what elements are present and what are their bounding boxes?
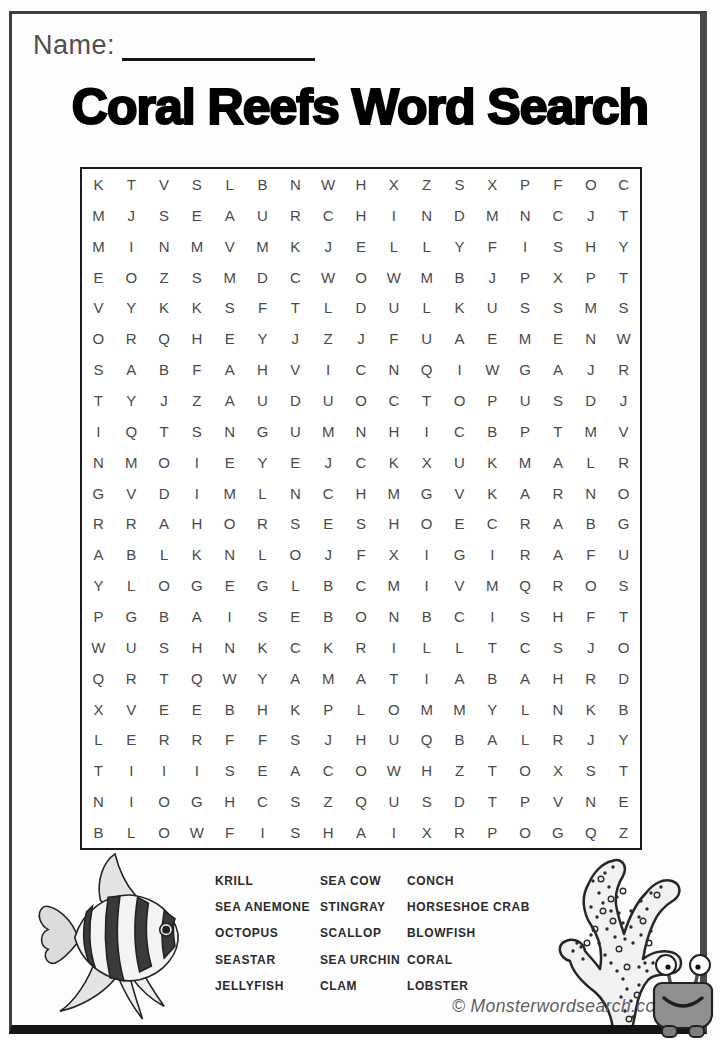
grid-cell[interactable]: K [312, 632, 345, 663]
grid-cell[interactable]: B [148, 354, 181, 385]
grid-cell[interactable]: W [82, 632, 115, 663]
grid-cell[interactable]: M [82, 200, 115, 231]
grid-cell[interactable]: C [607, 169, 640, 200]
grid-cell[interactable]: I [148, 755, 181, 786]
grid-cell[interactable]: U [509, 385, 542, 416]
grid-cell[interactable]: E [148, 694, 181, 725]
grid-cell[interactable]: E [82, 262, 115, 293]
grid-cell[interactable]: L [443, 632, 476, 663]
grid-cell[interactable]: F [345, 539, 378, 570]
grid-cell[interactable]: U [246, 200, 279, 231]
grid-cell[interactable]: Y [443, 231, 476, 262]
grid-cell[interactable]: G [443, 539, 476, 570]
grid-cell[interactable]: X [410, 817, 443, 848]
grid-cell[interactable]: S [542, 385, 575, 416]
grid-cell[interactable]: C [542, 200, 575, 231]
grid-cell[interactable]: C [312, 200, 345, 231]
grid-cell[interactable]: S [180, 416, 213, 447]
grid-cell[interactable]: S [279, 786, 312, 817]
grid-cell[interactable]: Q [410, 354, 443, 385]
grid-cell[interactable]: E [443, 508, 476, 539]
grid-cell[interactable]: D [148, 478, 181, 509]
grid-cell[interactable]: L [115, 570, 148, 601]
grid-cell[interactable]: S [542, 632, 575, 663]
grid-cell[interactable]: H [312, 817, 345, 848]
grid-cell[interactable]: T [542, 416, 575, 447]
grid-cell[interactable]: Y [607, 725, 640, 756]
grid-cell[interactable]: Q [115, 416, 148, 447]
grid-cell[interactable]: I [180, 478, 213, 509]
grid-cell[interactable]: U [410, 323, 443, 354]
grid-cell[interactable]: T [607, 262, 640, 293]
grid-cell[interactable]: G [542, 817, 575, 848]
grid-cell[interactable]: I [180, 755, 213, 786]
grid-cell[interactable]: L [246, 539, 279, 570]
grid-cell[interactable]: V [607, 416, 640, 447]
grid-cell[interactable]: M [476, 570, 509, 601]
grid-cell[interactable]: L [410, 632, 443, 663]
grid-cell[interactable]: F [180, 354, 213, 385]
grid-cell[interactable]: M [377, 570, 410, 601]
grid-cell[interactable]: F [213, 725, 246, 756]
grid-cell[interactable]: A [509, 478, 542, 509]
grid-cell[interactable]: R [279, 200, 312, 231]
grid-cell[interactable]: Y [246, 323, 279, 354]
grid-cell[interactable]: A [279, 663, 312, 694]
grid-cell[interactable]: Y [115, 292, 148, 323]
grid-cell[interactable]: T [607, 601, 640, 632]
grid-cell[interactable]: O [509, 755, 542, 786]
grid-cell[interactable]: G [246, 416, 279, 447]
grid-cell[interactable]: J [574, 200, 607, 231]
grid-cell[interactable]: H [542, 601, 575, 632]
grid-cell[interactable]: L [345, 694, 378, 725]
grid-cell[interactable]: R [443, 817, 476, 848]
grid-cell[interactable]: K [443, 292, 476, 323]
grid-cell[interactable]: O [443, 385, 476, 416]
grid-cell[interactable]: A [542, 447, 575, 478]
grid-cell[interactable]: U [443, 447, 476, 478]
grid-cell[interactable]: A [213, 385, 246, 416]
grid-cell[interactable]: R [542, 478, 575, 509]
grid-cell[interactable]: G [115, 601, 148, 632]
grid-cell[interactable]: C [476, 508, 509, 539]
grid-cell[interactable]: A [148, 508, 181, 539]
grid-cell[interactable]: M [213, 262, 246, 293]
grid-cell[interactable]: A [345, 817, 378, 848]
grid-cell[interactable]: G [246, 570, 279, 601]
grid-cell[interactable]: H [410, 755, 443, 786]
grid-cell[interactable]: R [542, 725, 575, 756]
grid-cell[interactable]: M [574, 416, 607, 447]
grid-cell[interactable]: E [279, 447, 312, 478]
grid-cell[interactable]: T [82, 755, 115, 786]
grid-cell[interactable]: Q [574, 817, 607, 848]
grid-cell[interactable]: M [476, 200, 509, 231]
grid-cell[interactable]: Y [246, 663, 279, 694]
grid-cell[interactable]: C [246, 786, 279, 817]
grid-cell[interactable]: U [312, 385, 345, 416]
grid-cell[interactable]: V [82, 292, 115, 323]
grid-cell[interactable]: C [509, 632, 542, 663]
grid-cell[interactable]: C [279, 262, 312, 293]
grid-cell[interactable]: L [312, 292, 345, 323]
grid-cell[interactable]: H [542, 663, 575, 694]
grid-cell[interactable]: B [246, 169, 279, 200]
grid-cell[interactable]: S [509, 601, 542, 632]
grid-cell[interactable]: T [476, 755, 509, 786]
grid-cell[interactable]: I [509, 231, 542, 262]
grid-cell[interactable]: K [82, 169, 115, 200]
grid-cell[interactable]: C [443, 416, 476, 447]
grid-cell[interactable]: H [345, 169, 378, 200]
grid-cell[interactable]: E [180, 694, 213, 725]
grid-cell[interactable]: O [115, 262, 148, 293]
grid-cell[interactable]: Y [607, 231, 640, 262]
grid-cell[interactable]: K [476, 478, 509, 509]
grid-cell[interactable]: N [148, 231, 181, 262]
grid-cell[interactable]: W [180, 817, 213, 848]
grid-cell[interactable]: N [574, 323, 607, 354]
grid-cell[interactable]: W [312, 169, 345, 200]
grid-cell[interactable]: L [410, 231, 443, 262]
grid-cell[interactable]: N [410, 200, 443, 231]
grid-cell[interactable]: O [377, 694, 410, 725]
grid-cell[interactable]: U [607, 539, 640, 570]
grid-cell[interactable]: C [443, 601, 476, 632]
grid-cell[interactable]: T [476, 786, 509, 817]
grid-cell[interactable]: B [443, 262, 476, 293]
grid-cell[interactable]: X [476, 169, 509, 200]
grid-cell[interactable]: G [180, 570, 213, 601]
grid-cell[interactable]: R [574, 663, 607, 694]
grid-cell[interactable]: E [476, 323, 509, 354]
grid-cell[interactable]: A [476, 725, 509, 756]
grid-cell[interactable]: S [82, 354, 115, 385]
grid-cell[interactable]: K [180, 292, 213, 323]
grid-cell[interactable]: S [410, 786, 443, 817]
grid-cell[interactable]: N [82, 447, 115, 478]
grid-cell[interactable]: M [410, 694, 443, 725]
grid-cell[interactable]: M [246, 231, 279, 262]
grid-cell[interactable]: O [509, 817, 542, 848]
grid-cell[interactable]: I [410, 570, 443, 601]
grid-cell[interactable]: H [213, 786, 246, 817]
grid-cell[interactable]: V [542, 786, 575, 817]
grid-cell[interactable]: M [377, 478, 410, 509]
grid-cell[interactable]: I [476, 601, 509, 632]
grid-cell[interactable]: L [377, 231, 410, 262]
grid-cell[interactable]: O [148, 786, 181, 817]
grid-cell[interactable]: N [213, 539, 246, 570]
grid-cell[interactable]: P [509, 786, 542, 817]
grid-cell[interactable]: T [82, 385, 115, 416]
grid-cell[interactable]: L [509, 694, 542, 725]
grid-cell[interactable]: I [410, 539, 443, 570]
grid-cell[interactable]: P [509, 416, 542, 447]
grid-cell[interactable]: H [180, 508, 213, 539]
grid-cell[interactable]: U [377, 725, 410, 756]
grid-cell[interactable]: O [148, 570, 181, 601]
grid-cell[interactable]: N [574, 478, 607, 509]
grid-cell[interactable]: R [509, 508, 542, 539]
grid-cell[interactable]: E [607, 786, 640, 817]
grid-cell[interactable]: E [246, 755, 279, 786]
grid-cell[interactable]: W [607, 323, 640, 354]
grid-cell[interactable]: U [246, 385, 279, 416]
grid-cell[interactable]: P [509, 262, 542, 293]
grid-cell[interactable]: Q [180, 663, 213, 694]
name-fill-in-line[interactable] [122, 26, 315, 61]
grid-cell[interactable]: M [312, 663, 345, 694]
grid-cell[interactable]: S [509, 292, 542, 323]
grid-cell[interactable]: L [410, 292, 443, 323]
grid-cell[interactable]: M [509, 447, 542, 478]
grid-cell[interactable]: C [345, 447, 378, 478]
grid-cell[interactable]: I [410, 663, 443, 694]
grid-cell[interactable]: E [213, 570, 246, 601]
grid-cell[interactable]: C [345, 354, 378, 385]
grid-cell[interactable]: Q [509, 570, 542, 601]
grid-cell[interactable]: E [345, 231, 378, 262]
grid-cell[interactable]: V [443, 478, 476, 509]
grid-cell[interactable]: H [377, 508, 410, 539]
grid-cell[interactable]: R [246, 508, 279, 539]
grid-cell[interactable]: T [115, 169, 148, 200]
grid-cell[interactable]: M [574, 292, 607, 323]
grid-cell[interactable]: K [148, 292, 181, 323]
grid-cell[interactable]: M [443, 694, 476, 725]
grid-cell[interactable]: H [345, 200, 378, 231]
grid-cell[interactable]: X [377, 539, 410, 570]
grid-cell[interactable]: B [443, 725, 476, 756]
grid-cell[interactable]: I [443, 354, 476, 385]
grid-cell[interactable]: K [279, 694, 312, 725]
grid-cell[interactable]: N [377, 354, 410, 385]
grid-cell[interactable]: I [377, 632, 410, 663]
grid-cell[interactable]: B [476, 416, 509, 447]
grid-cell[interactable]: M [82, 231, 115, 262]
grid-cell[interactable]: J [312, 447, 345, 478]
grid-cell[interactable]: U [377, 292, 410, 323]
grid-cell[interactable]: T [148, 663, 181, 694]
grid-cell[interactable]: T [148, 416, 181, 447]
grid-cell[interactable]: N [279, 169, 312, 200]
grid-cell[interactable]: Z [180, 385, 213, 416]
grid-cell[interactable]: S [279, 817, 312, 848]
grid-cell[interactable]: S [180, 262, 213, 293]
grid-cell[interactable]: K [180, 539, 213, 570]
grid-cell[interactable]: K [476, 447, 509, 478]
grid-cell[interactable]: B [476, 663, 509, 694]
grid-cell[interactable]: E [542, 323, 575, 354]
grid-cell[interactable]: C [345, 570, 378, 601]
grid-cell[interactable]: H [246, 354, 279, 385]
grid-cell[interactable]: S [246, 601, 279, 632]
grid-cell[interactable]: J [345, 323, 378, 354]
grid-cell[interactable]: J [148, 385, 181, 416]
grid-cell[interactable]: U [377, 786, 410, 817]
grid-cell[interactable]: J [312, 539, 345, 570]
grid-cell[interactable]: S [607, 570, 640, 601]
grid-cell[interactable]: J [607, 385, 640, 416]
grid-cell[interactable]: G [509, 354, 542, 385]
grid-cell[interactable]: D [443, 786, 476, 817]
grid-cell[interactable]: D [246, 262, 279, 293]
grid-cell[interactable]: H [180, 632, 213, 663]
grid-cell[interactable]: A [345, 663, 378, 694]
grid-cell[interactable]: S [148, 632, 181, 663]
grid-cell[interactable]: J [312, 231, 345, 262]
grid-cell[interactable]: P [574, 262, 607, 293]
grid-cell[interactable]: E [279, 601, 312, 632]
grid-cell[interactable]: Q [148, 323, 181, 354]
grid-cell[interactable]: K [377, 447, 410, 478]
grid-cell[interactable]: I [377, 200, 410, 231]
grid-cell[interactable]: S [443, 169, 476, 200]
grid-cell[interactable]: D [607, 663, 640, 694]
grid-cell[interactable]: L [246, 478, 279, 509]
grid-cell[interactable]: N [82, 786, 115, 817]
grid-cell[interactable]: Z [443, 755, 476, 786]
grid-cell[interactable]: J [574, 725, 607, 756]
grid-cell[interactable]: S [180, 169, 213, 200]
grid-cell[interactable]: O [148, 447, 181, 478]
grid-cell[interactable]: S [279, 508, 312, 539]
grid-cell[interactable]: J [279, 323, 312, 354]
grid-cell[interactable]: D [279, 385, 312, 416]
grid-cell[interactable]: G [180, 786, 213, 817]
grid-cell[interactable]: V [115, 694, 148, 725]
grid-cell[interactable]: L [82, 725, 115, 756]
grid-cell[interactable]: O [82, 323, 115, 354]
grid-cell[interactable]: P [82, 601, 115, 632]
grid-cell[interactable]: A [115, 354, 148, 385]
grid-cell[interactable]: J [476, 262, 509, 293]
grid-cell[interactable]: T [377, 663, 410, 694]
grid-cell[interactable]: B [312, 570, 345, 601]
grid-cell[interactable]: S [607, 292, 640, 323]
grid-cell[interactable]: N [345, 416, 378, 447]
grid-cell[interactable]: N [574, 786, 607, 817]
grid-cell[interactable]: H [574, 231, 607, 262]
grid-cell[interactable]: S [213, 292, 246, 323]
grid-cell[interactable]: W [312, 262, 345, 293]
grid-cell[interactable]: G [607, 508, 640, 539]
grid-cell[interactable]: M [115, 447, 148, 478]
grid-cell[interactable]: Y [246, 447, 279, 478]
grid-cell[interactable]: H [345, 725, 378, 756]
grid-cell[interactable]: N [279, 478, 312, 509]
grid-cell[interactable]: Q [410, 725, 443, 756]
grid-cell[interactable]: A [542, 539, 575, 570]
grid-cell[interactable]: B [213, 694, 246, 725]
grid-cell[interactable]: H [246, 694, 279, 725]
grid-cell[interactable]: O [410, 508, 443, 539]
grid-cell[interactable]: A [82, 539, 115, 570]
grid-cell[interactable]: P [476, 817, 509, 848]
grid-cell[interactable]: Z [312, 786, 345, 817]
grid-cell[interactable]: A [443, 323, 476, 354]
grid-cell[interactable]: B [115, 539, 148, 570]
grid-cell[interactable]: U [279, 416, 312, 447]
grid-cell[interactable]: N [213, 416, 246, 447]
grid-cell[interactable]: J [574, 354, 607, 385]
grid-cell[interactable]: D [443, 200, 476, 231]
grid-cell[interactable]: R [345, 632, 378, 663]
grid-cell[interactable]: L [213, 169, 246, 200]
grid-cell[interactable]: N [377, 601, 410, 632]
grid-cell[interactable]: N [509, 200, 542, 231]
grid-cell[interactable]: C [377, 385, 410, 416]
grid-cell[interactable]: Y [115, 385, 148, 416]
grid-cell[interactable]: G [410, 478, 443, 509]
grid-cell[interactable]: F [542, 169, 575, 200]
grid-cell[interactable]: S [148, 200, 181, 231]
grid-cell[interactable]: O [345, 601, 378, 632]
grid-cell[interactable]: A [509, 663, 542, 694]
grid-cell[interactable]: F [476, 231, 509, 262]
grid-cell[interactable]: R [542, 570, 575, 601]
grid-cell[interactable]: F [213, 817, 246, 848]
grid-cell[interactable]: W [377, 755, 410, 786]
grid-cell[interactable]: S [542, 292, 575, 323]
grid-cell[interactable]: S [213, 755, 246, 786]
grid-cell[interactable]: P [509, 169, 542, 200]
grid-cell[interactable]: O [213, 508, 246, 539]
grid-cell[interactable]: I [82, 416, 115, 447]
grid-cell[interactable]: N [213, 632, 246, 663]
grid-cell[interactable]: I [115, 755, 148, 786]
grid-cell[interactable]: S [574, 755, 607, 786]
grid-cell[interactable]: Q [82, 663, 115, 694]
grid-cell[interactable]: O [574, 570, 607, 601]
grid-cell[interactable]: R [115, 323, 148, 354]
grid-cell[interactable]: T [279, 292, 312, 323]
grid-cell[interactable]: L [148, 539, 181, 570]
grid-cell[interactable]: V [213, 231, 246, 262]
grid-cell[interactable]: Z [312, 323, 345, 354]
grid-cell[interactable]: O [345, 385, 378, 416]
grid-cell[interactable]: F [246, 725, 279, 756]
grid-cell[interactable]: E [312, 508, 345, 539]
grid-cell[interactable]: H [377, 416, 410, 447]
grid-cell[interactable]: B [574, 508, 607, 539]
grid-cell[interactable]: R [82, 508, 115, 539]
grid-cell[interactable]: Y [476, 694, 509, 725]
grid-cell[interactable]: B [82, 817, 115, 848]
grid-cell[interactable]: H [345, 478, 378, 509]
grid-cell[interactable]: O [279, 539, 312, 570]
grid-cell[interactable]: R [115, 663, 148, 694]
grid-cell[interactable]: I [476, 539, 509, 570]
grid-cell[interactable]: V [148, 169, 181, 200]
grid-cell[interactable]: T [476, 632, 509, 663]
grid-cell[interactable]: T [607, 200, 640, 231]
grid-cell[interactable]: M [213, 478, 246, 509]
grid-cell[interactable]: M [180, 231, 213, 262]
grid-cell[interactable]: C [312, 755, 345, 786]
grid-cell[interactable]: A [279, 755, 312, 786]
grid-cell[interactable]: A [443, 663, 476, 694]
grid-cell[interactable]: I [312, 354, 345, 385]
grid-cell[interactable]: P [312, 694, 345, 725]
grid-cell[interactable]: A [180, 601, 213, 632]
grid-cell[interactable]: E [213, 447, 246, 478]
grid-cell[interactable]: A [542, 354, 575, 385]
grid-cell[interactable]: B [410, 601, 443, 632]
grid-cell[interactable]: G [82, 478, 115, 509]
